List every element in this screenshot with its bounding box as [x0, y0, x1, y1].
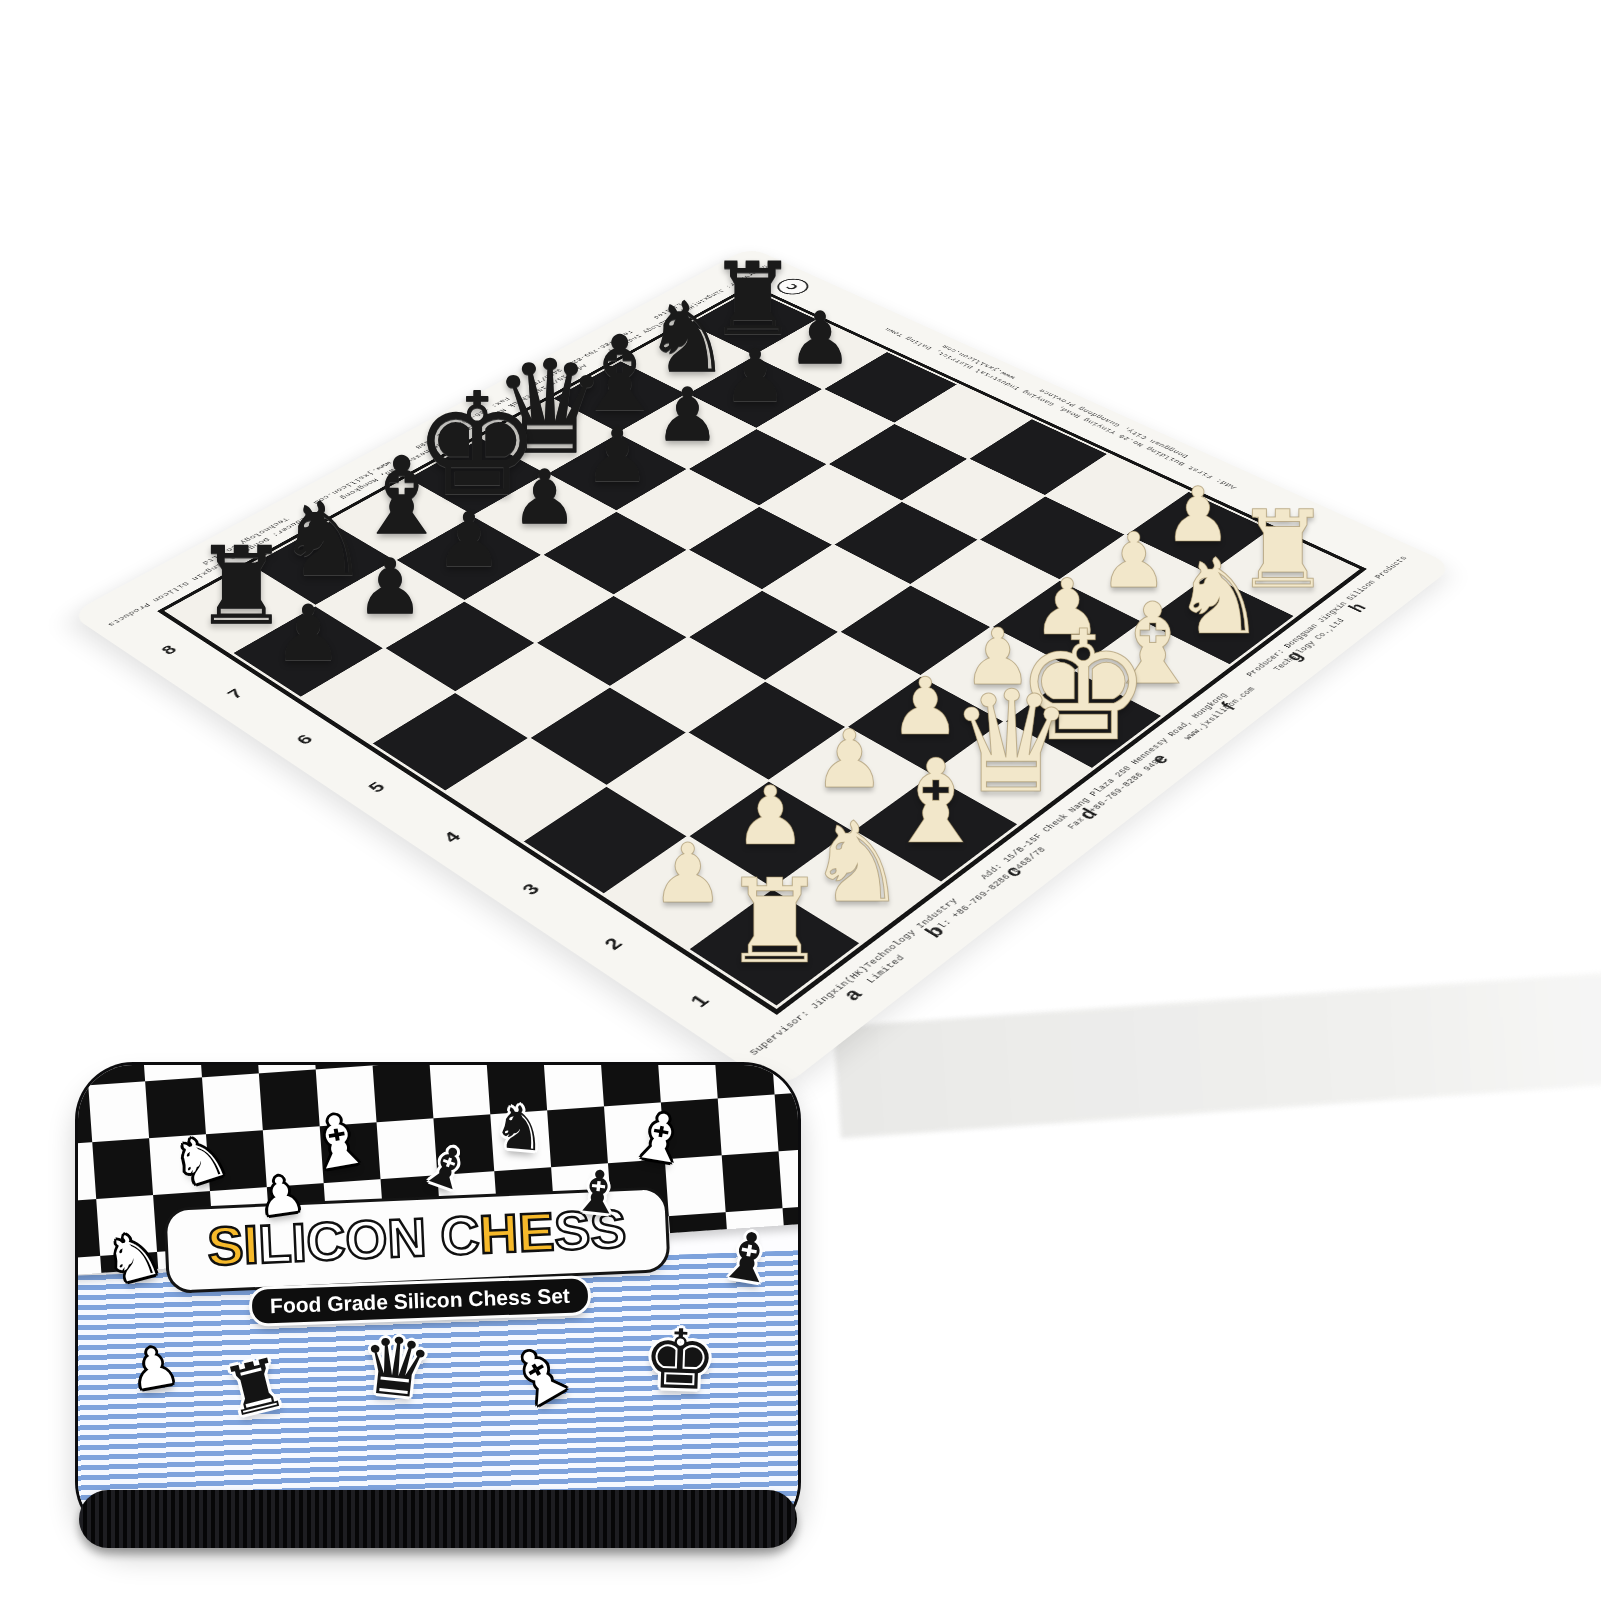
rank-label-2: 2	[595, 931, 630, 955]
piece-black-pawn-a7[interactable]: ♟	[273, 596, 342, 673]
logo-letter	[427, 1255, 441, 1256]
sticker-black-bishop-icon: ♝	[569, 1160, 627, 1223]
sticker-white-pawn-icon: ♟	[255, 1168, 306, 1224]
logo-letter: E	[517, 1200, 556, 1264]
logo-letter: S	[206, 1214, 245, 1278]
piece-white-rook-a1[interactable]: ♜	[722, 863, 827, 980]
rank-label-4: 4	[435, 826, 469, 848]
piece-black-pawn-f7[interactable]: ♟	[655, 378, 721, 452]
piece-black-pawn-h7[interactable]: ♟	[788, 302, 853, 374]
piece-white-pawn-c2[interactable]: ♟	[814, 721, 886, 801]
logo-letter: C	[439, 1203, 481, 1267]
sticker-black-king-icon: ♚	[642, 1318, 718, 1403]
case-zipper[interactable]	[79, 1490, 797, 1548]
piece-black-pawn-c7[interactable]: ♟	[435, 504, 503, 580]
piece-black-pawn-d7[interactable]: ♟	[511, 460, 578, 535]
product-photo: 87654321 hgfedcba Supervisor: Jingxin(HK…	[0, 0, 1601, 1601]
sticker-black-queen-icon: ♛	[356, 1324, 436, 1411]
logo-letter: C	[305, 1209, 347, 1273]
sticker-white-pawn-icon: ♟	[127, 1338, 182, 1397]
piece-white-pawn-a2[interactable]: ♟	[651, 833, 725, 915]
rank-label-6: 6	[288, 729, 320, 749]
rank-label-3: 3	[513, 877, 547, 900]
rank-label-8: 8	[153, 640, 184, 659]
logo-letter: O	[344, 1207, 389, 1271]
rank-label-5: 5	[360, 777, 393, 798]
piece-black-pawn-e7[interactable]: ♟	[584, 418, 651, 492]
logo-letter: H	[478, 1202, 520, 1266]
sticker-white-bishop-icon: ♝	[626, 1102, 694, 1175]
piece-black-pawn-g7[interactable]: ♟	[722, 340, 787, 413]
rank-label-1: 1	[681, 988, 717, 1013]
piece-black-pawn-b7[interactable]: ♟	[356, 549, 425, 626]
sticker-black-knight-icon: ♞	[491, 1096, 550, 1160]
logo-letter: N	[386, 1206, 428, 1270]
piece-white-pawn-b2[interactable]: ♟	[734, 776, 807, 857]
background-shadow	[833, 970, 1601, 1139]
sticker-black-bishop-icon: ♝	[713, 1220, 783, 1295]
sticker-white-bishop-icon: ♝	[301, 1102, 375, 1182]
rank-label-7: 7	[219, 684, 250, 703]
